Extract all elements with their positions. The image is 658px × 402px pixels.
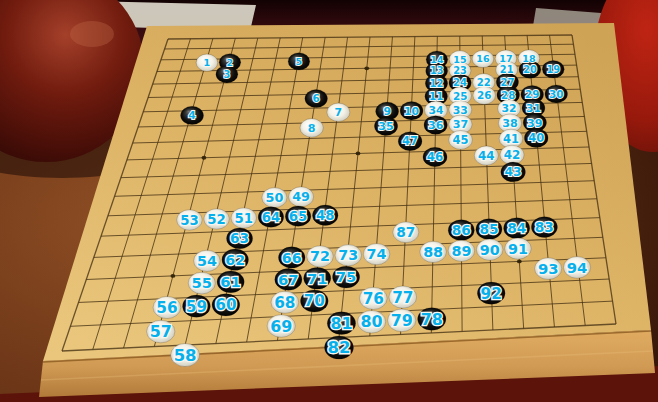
move-number: 54: [197, 253, 217, 269]
move-number: 23: [453, 65, 467, 76]
move-number: 33: [453, 104, 468, 117]
move-number: 18: [522, 53, 536, 64]
move-number: 76: [363, 290, 384, 308]
move-number: 77: [392, 289, 413, 307]
move-number: 10: [404, 105, 419, 118]
go-scene: 1251415161718313232120191224222761125262…: [0, 0, 658, 402]
move-number: 25: [453, 90, 467, 102]
move-number: 84: [507, 220, 526, 236]
move-number: 61: [220, 273, 241, 290]
move-number: 65: [289, 209, 308, 224]
move-number: 34: [428, 104, 444, 117]
move-number: 53: [180, 213, 199, 228]
move-number: 82: [328, 338, 351, 357]
move-number: 42: [504, 148, 521, 162]
move-number: 88: [423, 244, 443, 260]
move-number: 17: [499, 53, 512, 64]
move-number: 21: [500, 64, 514, 75]
star-point: [356, 152, 361, 156]
move-number: 69: [270, 317, 292, 336]
move-number: 11: [429, 90, 443, 102]
move-number: 20: [523, 64, 537, 75]
move-number: 80: [361, 312, 383, 331]
move-number: 41: [503, 132, 519, 146]
move-number: 81: [330, 314, 352, 333]
move-number: 26: [477, 89, 491, 101]
move-number: 74: [367, 246, 387, 262]
move-number: 32: [502, 102, 517, 115]
bowl-highlight: [70, 21, 114, 47]
move-number: 1: [204, 57, 211, 68]
star-point: [170, 274, 175, 278]
move-number: 30: [549, 88, 563, 100]
move-number: 48: [316, 208, 335, 223]
move-number: 47: [402, 134, 418, 148]
move-number: 70: [304, 292, 325, 310]
move-number: 51: [235, 211, 254, 226]
broadcast-frame: 1251415161718313232120191224222761125262…: [0, 0, 658, 402]
move-number: 27: [500, 77, 514, 88]
move-number: 67: [278, 271, 299, 288]
move-number: 86: [452, 222, 471, 238]
move-number: 79: [391, 311, 413, 330]
move-number: 60: [215, 296, 236, 314]
move-number: 3: [223, 69, 230, 80]
move-number: 83: [535, 219, 554, 235]
move-number: 75: [336, 268, 357, 285]
move-number: 63: [230, 230, 249, 246]
move-number: 12: [429, 78, 443, 89]
move-number: 93: [538, 260, 559, 277]
move-number: 62: [225, 252, 245, 268]
move-number: 49: [292, 189, 310, 204]
move-number: 94: [567, 259, 588, 276]
move-number: 35: [378, 120, 393, 133]
move-number: 31: [526, 102, 541, 115]
move-number: 4: [188, 109, 196, 122]
move-number: 92: [481, 285, 502, 303]
move-number: 85: [479, 221, 498, 237]
move-number: 68: [274, 294, 295, 312]
move-number: 50: [266, 190, 284, 205]
move-number: 58: [174, 346, 197, 365]
move-number: 78: [421, 310, 443, 329]
move-number: 28: [501, 89, 515, 101]
move-number: 6: [313, 92, 320, 104]
move-number: 91: [508, 241, 528, 257]
move-number: 36: [428, 119, 444, 132]
move-number: 8: [308, 122, 316, 135]
move-number: 59: [186, 298, 207, 316]
move-number: 56: [156, 299, 177, 317]
move-number: 44: [478, 149, 495, 163]
move-number: 37: [453, 118, 468, 131]
move-number: 66: [282, 250, 302, 266]
move-number: 39: [527, 117, 543, 130]
move-number: 22: [477, 77, 491, 88]
move-number: 89: [451, 243, 471, 259]
move-number: 55: [191, 274, 212, 291]
move-number: 9: [383, 105, 391, 118]
move-number: 19: [546, 64, 560, 75]
move-number: 52: [207, 212, 226, 227]
star-point: [517, 259, 522, 263]
move-number: 57: [150, 322, 172, 341]
move-number: 64: [262, 210, 281, 225]
move-number: 40: [528, 131, 544, 145]
move-number: 90: [480, 242, 500, 258]
move-number: 15: [453, 54, 466, 65]
move-number: 16: [476, 53, 490, 64]
move-number: 71: [307, 270, 328, 287]
move-number: 2: [227, 57, 234, 68]
move-number: 5: [296, 56, 303, 67]
move-number: 13: [430, 65, 444, 76]
move-number: 7: [335, 106, 343, 119]
star-point: [364, 66, 369, 70]
move-number: 72: [310, 248, 330, 264]
move-number: 73: [338, 247, 358, 263]
move-number: 14: [430, 54, 444, 65]
move-number: 46: [427, 150, 444, 164]
move-number: 29: [525, 88, 539, 100]
move-number: 43: [505, 165, 522, 179]
move-number: 87: [396, 224, 415, 240]
move-number: 45: [453, 133, 469, 147]
star-point: [202, 156, 207, 160]
move-number: 38: [502, 117, 518, 130]
move-number: 24: [453, 77, 467, 88]
